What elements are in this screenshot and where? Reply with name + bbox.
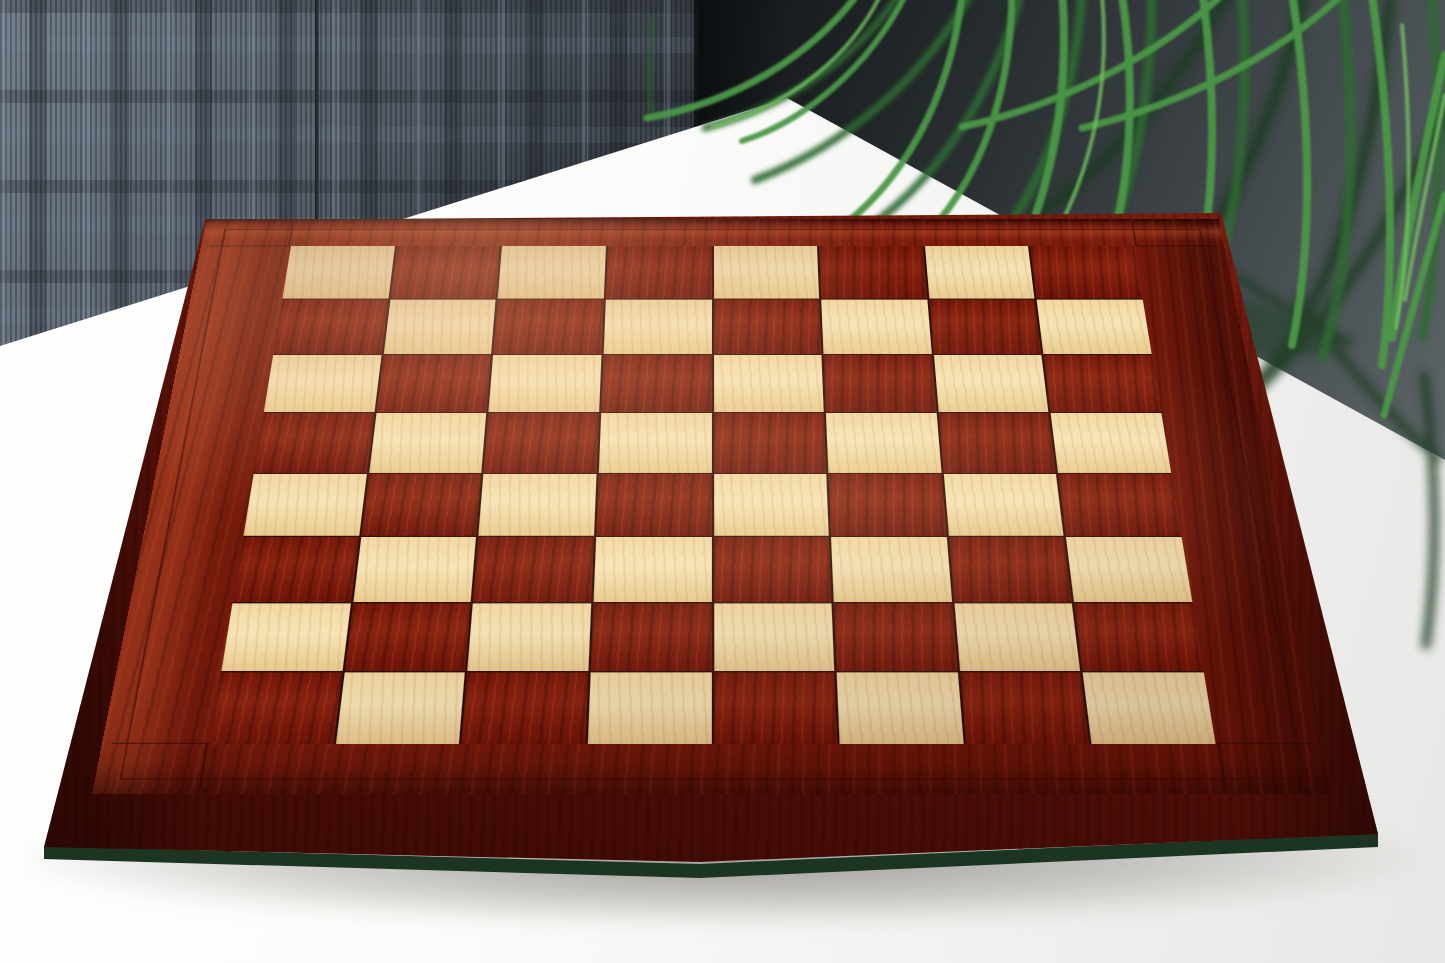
square-a7 <box>273 299 388 354</box>
corner-notch <box>1215 743 1313 744</box>
square-h3 <box>1066 537 1192 602</box>
square-f4 <box>829 474 947 536</box>
square-g1 <box>960 673 1090 744</box>
square-e7 <box>714 299 822 354</box>
square-f8 <box>819 246 927 298</box>
square-a6 <box>264 355 381 412</box>
square-g7 <box>929 299 1041 354</box>
square-h8 <box>1030 246 1142 298</box>
square-h5 <box>1051 413 1171 472</box>
square-d3 <box>593 537 711 602</box>
square-c2 <box>467 603 591 671</box>
square-h7 <box>1037 299 1152 354</box>
square-a4 <box>244 474 367 536</box>
square-c7 <box>493 299 603 354</box>
square-b2 <box>344 603 470 671</box>
corner-notch <box>112 743 210 744</box>
square-h1 <box>1083 673 1215 744</box>
square-e8 <box>714 246 820 298</box>
square-d6 <box>601 355 711 412</box>
square-b4 <box>361 474 481 536</box>
square-g6 <box>934 355 1049 412</box>
square-d1 <box>588 673 712 744</box>
square-e1 <box>714 673 838 744</box>
square-f7 <box>821 299 931 354</box>
square-g5 <box>939 413 1057 472</box>
scene <box>0 0 1445 963</box>
corner-notch <box>1134 246 1216 247</box>
square-c3 <box>473 537 594 602</box>
square-b7 <box>383 299 495 354</box>
square-e4 <box>714 474 829 536</box>
square-f5 <box>826 413 941 472</box>
square-d5 <box>599 413 712 472</box>
square-f3 <box>831 537 952 602</box>
square-f2 <box>834 603 958 671</box>
square-e5 <box>714 413 827 472</box>
square-d4 <box>596 474 711 536</box>
square-b6 <box>376 355 491 412</box>
square-h2 <box>1075 603 1204 671</box>
square-a2 <box>221 603 350 671</box>
checkerboard <box>209 246 1215 744</box>
square-h6 <box>1044 355 1161 412</box>
square-e2 <box>714 603 835 671</box>
square-d8 <box>606 246 712 298</box>
square-a1 <box>209 673 341 744</box>
square-g3 <box>949 537 1072 602</box>
square-a8 <box>282 246 394 298</box>
corner-notch <box>209 246 291 247</box>
square-c6 <box>489 355 602 412</box>
square-c1 <box>462 673 589 744</box>
chess-board <box>92 219 1333 794</box>
square-c8 <box>498 246 606 298</box>
square-c5 <box>484 413 599 472</box>
square-f1 <box>837 673 964 744</box>
square-b8 <box>390 246 500 298</box>
square-a5 <box>254 413 374 472</box>
square-d7 <box>603 299 711 354</box>
square-e6 <box>714 355 824 412</box>
square-b3 <box>353 537 476 602</box>
square-g2 <box>954 603 1080 671</box>
square-c4 <box>479 474 597 536</box>
wall-panel-seam <box>315 0 319 252</box>
square-b5 <box>369 413 487 472</box>
square-b1 <box>335 673 465 744</box>
square-f6 <box>824 355 937 412</box>
square-g4 <box>944 474 1064 536</box>
square-a3 <box>233 537 359 602</box>
square-d2 <box>591 603 712 671</box>
square-g8 <box>925 246 1035 298</box>
square-e3 <box>714 537 832 602</box>
square-h4 <box>1058 474 1181 536</box>
